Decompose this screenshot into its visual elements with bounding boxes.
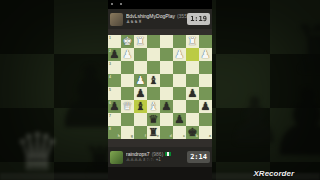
square-e7[interactable]: ♛	[147, 113, 160, 126]
square-b2[interactable]	[186, 48, 199, 61]
square-f5[interactable]: ♟	[134, 87, 147, 100]
xrecorder-watermark: XRecorder	[254, 169, 294, 178]
square-g5[interactable]	[121, 87, 134, 100]
square-f2[interactable]	[134, 48, 147, 61]
square-g4[interactable]	[121, 74, 134, 87]
square-b8[interactable]: b♚	[186, 126, 199, 139]
square-f3[interactable]	[134, 61, 147, 74]
piece-white-rook[interactable]: ♜	[134, 35, 147, 48]
bg-blurred-pawn-icon: ♟	[226, 84, 283, 158]
square-a1[interactable]	[199, 35, 212, 48]
square-d7[interactable]	[160, 113, 173, 126]
square-c7[interactable]: ♟	[173, 113, 186, 126]
square-f7[interactable]	[134, 113, 147, 126]
file-label: d	[170, 134, 172, 138]
square-h8[interactable]: 8h	[108, 126, 121, 139]
square-h4[interactable]: 4	[108, 74, 121, 87]
bg-blurred-pawn-icon: ♟	[266, 70, 320, 177]
rank-label: 6	[109, 101, 111, 105]
piece-black-pawn[interactable]: ♟	[160, 100, 173, 113]
file-label: e	[157, 134, 159, 138]
piece-black-pawn[interactable]: ♟	[186, 87, 199, 100]
square-g1[interactable]: ♚	[121, 35, 134, 48]
file-label: c	[183, 134, 185, 138]
square-e1[interactable]	[147, 35, 160, 48]
piece-white-queen[interactable]: ♛	[121, 100, 134, 113]
rank-label: 7	[109, 114, 111, 118]
square-c4[interactable]	[173, 74, 186, 87]
square-e5[interactable]	[147, 87, 160, 100]
square-a2[interactable]: ♟	[199, 48, 212, 61]
square-d5[interactable]	[160, 87, 173, 100]
square-d4[interactable]	[160, 74, 173, 87]
square-d8[interactable]: d	[160, 126, 173, 139]
notification-icon	[111, 3, 113, 5]
piece-black-pawn[interactable]: ♟	[199, 100, 212, 113]
notification-icon	[120, 3, 122, 5]
status-bar	[108, 0, 212, 9]
piece-black-queen[interactable]: ♛	[147, 113, 160, 126]
file-label: a	[209, 134, 211, 138]
player-bar: raindrops7 (986) ♙♙♙♙♗♘♘ +1 2:14	[108, 147, 212, 167]
square-e4[interactable]: ♝	[147, 74, 160, 87]
square-a7[interactable]	[199, 113, 212, 126]
piece-white-rook[interactable]: ♜	[186, 35, 199, 48]
square-e6[interactable]: ♝	[147, 100, 160, 113]
square-h7[interactable]: 7	[108, 113, 121, 126]
rank-label: 1	[109, 36, 111, 40]
square-e8[interactable]: e♜	[147, 126, 160, 139]
piece-black-pawn[interactable]: ♟	[134, 87, 147, 100]
square-e2[interactable]	[147, 48, 160, 61]
bg-blurred-queen-icon: ♛	[14, 122, 61, 180]
file-label: h	[118, 134, 120, 138]
square-c2[interactable]: ♟	[173, 48, 186, 61]
square-g3[interactable]	[121, 61, 134, 74]
file-label: g	[131, 134, 133, 138]
rank-label: 5	[109, 88, 111, 92]
opponent-avatar[interactable]	[110, 13, 123, 26]
player-captured-pieces: ♙♙♙♙♗♘♘	[126, 157, 154, 162]
square-c8[interactable]: c	[173, 126, 186, 139]
opponent-rating: (355)	[177, 13, 187, 19]
square-b4[interactable]	[186, 74, 199, 87]
square-b6[interactable]	[186, 100, 199, 113]
phone-footer	[108, 167, 212, 180]
opponent-captured-pieces: ♟♞♞♜	[126, 19, 187, 25]
opponent-player-bar: BdvLshingMyDogPlay (355) ♟♞♞♜ 1:19	[108, 9, 212, 29]
square-c5[interactable]	[173, 87, 186, 100]
square-c1[interactable]	[173, 35, 186, 48]
square-a6[interactable]: ♟	[199, 100, 212, 113]
square-g8[interactable]: g	[121, 126, 134, 139]
square-a5[interactable]	[199, 87, 212, 100]
square-f8[interactable]: f	[134, 126, 147, 139]
chess-board[interactable]: 1♚♜♜2♟♟♟♟34♟♝5♟♟6♟♛♝♝♟♟7♛♟8hgfe♜dcb♚a	[108, 35, 212, 139]
bg-blurred-rook-icon: ♜	[290, 12, 320, 86]
square-d2[interactable]	[160, 48, 173, 61]
piece-black-pawn[interactable]: ♟	[173, 113, 186, 126]
piece-white-pawn[interactable]: ♟	[121, 48, 134, 61]
square-f4[interactable]: ♟	[134, 74, 147, 87]
square-b7[interactable]	[186, 113, 199, 126]
square-c6[interactable]	[173, 100, 186, 113]
file-label: b	[196, 134, 198, 138]
file-label: f	[145, 134, 146, 138]
piece-white-pawn[interactable]: ♟	[199, 48, 212, 61]
square-h6[interactable]: 6♟	[108, 100, 121, 113]
screen-recording-frame: ♟ ♛ ♜ ♟ ♟ ♜ BdvLshingMyDogPlay (355) ♟♞♞…	[0, 0, 320, 180]
material-score: +1	[156, 157, 161, 162]
player-avatar[interactable]	[110, 151, 123, 164]
square-d6[interactable]: ♟	[160, 100, 173, 113]
square-h1[interactable]: 1	[108, 35, 121, 48]
rank-label: 2	[109, 49, 111, 53]
piece-white-pawn[interactable]: ♟	[134, 74, 147, 87]
piece-white-bishop[interactable]: ♝	[147, 100, 160, 113]
piece-black-bishop[interactable]: ♝	[147, 74, 160, 87]
square-g7[interactable]	[121, 113, 134, 126]
square-c3[interactable]	[173, 61, 186, 74]
square-a8[interactable]: a	[199, 126, 212, 139]
piece-white-king[interactable]: ♚	[121, 35, 134, 48]
piece-white-pawn[interactable]: ♟	[173, 48, 186, 61]
player-clock: 2:14	[187, 151, 210, 163]
square-b3[interactable]	[186, 61, 199, 74]
square-f6[interactable]: ♝	[134, 100, 147, 113]
square-f1[interactable]: ♜	[134, 35, 147, 48]
player-country-flag-icon	[165, 152, 171, 156]
square-d3[interactable]	[160, 61, 173, 74]
square-b5[interactable]: ♟	[186, 87, 199, 100]
square-a3[interactable]	[199, 61, 212, 74]
chess-app-screen: BdvLshingMyDogPlay (355) ♟♞♞♜ 1:19 1♚♜♜2…	[108, 0, 212, 180]
square-h5[interactable]: 5	[108, 87, 121, 100]
opponent-clock: 1:19	[187, 13, 210, 25]
square-b1[interactable]: ♜	[186, 35, 199, 48]
square-d1[interactable]	[160, 35, 173, 48]
square-h3[interactable]: 3	[108, 61, 121, 74]
square-e3[interactable]	[147, 61, 160, 74]
square-g2[interactable]: ♟	[121, 48, 134, 61]
square-a4[interactable]	[199, 74, 212, 87]
rank-label: 8	[109, 127, 111, 131]
rank-label: 4	[109, 75, 111, 79]
rank-label: 3	[109, 62, 111, 66]
piece-black-bishop[interactable]: ♝	[134, 100, 147, 113]
square-g6[interactable]: ♛	[121, 100, 134, 113]
square-h2[interactable]: 2♟	[108, 48, 121, 61]
